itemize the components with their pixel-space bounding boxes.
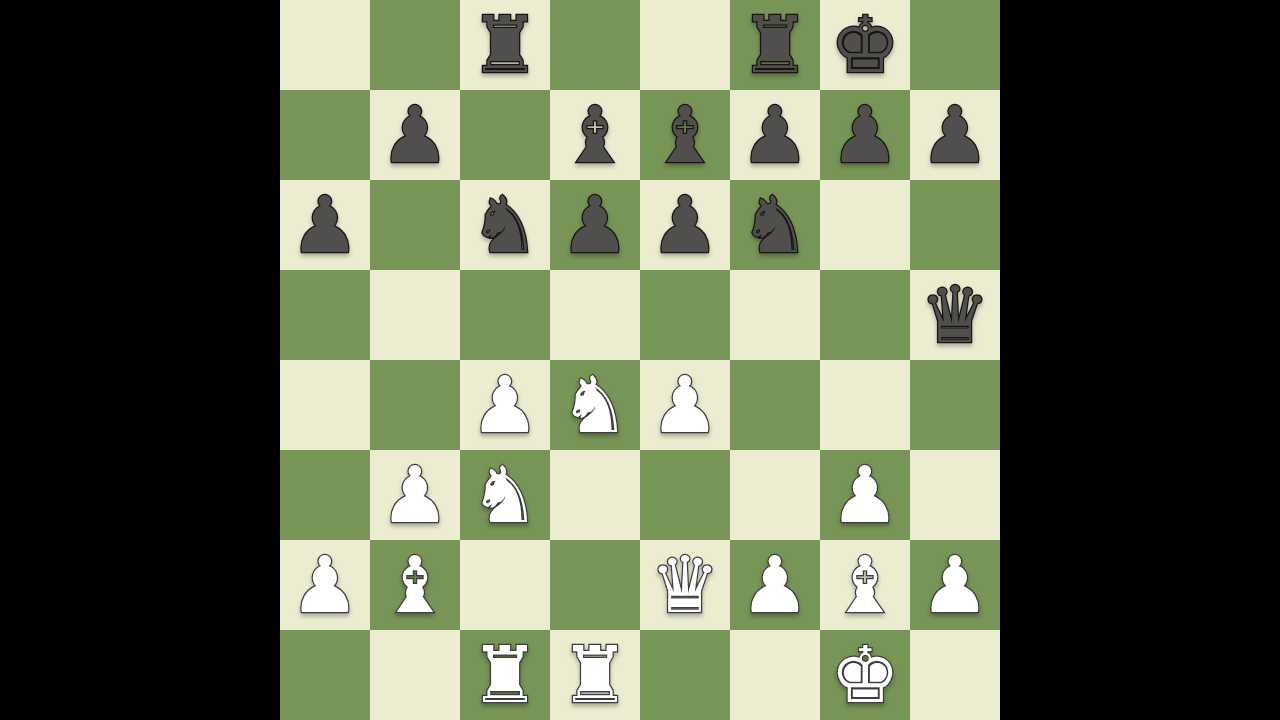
square-d6[interactable]: ♟ — [550, 180, 640, 270]
square-e6[interactable]: ♟ — [640, 180, 730, 270]
square-a6[interactable]: ♟ — [280, 180, 370, 270]
square-b2[interactable]: ♝ — [370, 540, 460, 630]
piece-white-bishop[interactable]: ♝ — [830, 540, 900, 630]
piece-black-bishop[interactable]: ♝ — [650, 90, 720, 180]
square-b3[interactable]: ♟ — [370, 450, 460, 540]
square-d4[interactable]: ♞ — [550, 360, 640, 450]
square-g3[interactable]: ♟ — [820, 450, 910, 540]
square-g1[interactable]: ♚ — [820, 630, 910, 720]
square-h7[interactable]: ♟ — [910, 90, 1000, 180]
piece-black-rook[interactable]: ♜ — [470, 0, 540, 90]
square-e3[interactable] — [640, 450, 730, 540]
square-b8[interactable] — [370, 0, 460, 90]
piece-white-pawn[interactable]: ♟ — [380, 450, 450, 540]
piece-black-knight[interactable]: ♞ — [470, 180, 540, 270]
square-c5[interactable] — [460, 270, 550, 360]
piece-black-pawn[interactable]: ♟ — [740, 90, 810, 180]
square-g6[interactable] — [820, 180, 910, 270]
square-f6[interactable]: ♞ — [730, 180, 820, 270]
square-f8[interactable]: ♜ — [730, 0, 820, 90]
piece-white-queen[interactable]: ♛ — [650, 540, 720, 630]
piece-white-pawn[interactable]: ♟ — [470, 360, 540, 450]
letterbox-left — [0, 0, 280, 720]
square-c3[interactable]: ♞ — [460, 450, 550, 540]
square-h1[interactable] — [910, 630, 1000, 720]
square-a5[interactable] — [280, 270, 370, 360]
piece-white-pawn[interactable]: ♟ — [650, 360, 720, 450]
square-a8[interactable] — [280, 0, 370, 90]
square-d3[interactable] — [550, 450, 640, 540]
square-g5[interactable] — [820, 270, 910, 360]
piece-white-rook[interactable]: ♜ — [560, 630, 630, 720]
piece-black-pawn[interactable]: ♟ — [830, 90, 900, 180]
square-f5[interactable] — [730, 270, 820, 360]
square-b7[interactable]: ♟ — [370, 90, 460, 180]
square-e2[interactable]: ♛ — [640, 540, 730, 630]
square-c8[interactable]: ♜ — [460, 0, 550, 90]
square-a4[interactable] — [280, 360, 370, 450]
square-g4[interactable] — [820, 360, 910, 450]
square-a7[interactable] — [280, 90, 370, 180]
square-e1[interactable] — [640, 630, 730, 720]
chess-board: ♜♜♚♟♝♝♟♟♟♟♞♟♟♞♛♟♞♟♟♞♟♟♝♛♟♝♟♜♜♚ — [280, 0, 1000, 720]
square-b4[interactable] — [370, 360, 460, 450]
square-g2[interactable]: ♝ — [820, 540, 910, 630]
piece-white-pawn[interactable]: ♟ — [830, 450, 900, 540]
square-e4[interactable]: ♟ — [640, 360, 730, 450]
square-h5[interactable]: ♛ — [910, 270, 1000, 360]
square-a3[interactable] — [280, 450, 370, 540]
square-g7[interactable]: ♟ — [820, 90, 910, 180]
square-d2[interactable] — [550, 540, 640, 630]
square-f4[interactable] — [730, 360, 820, 450]
square-h8[interactable] — [910, 0, 1000, 90]
piece-black-rook[interactable]: ♜ — [740, 0, 810, 90]
square-h2[interactable]: ♟ — [910, 540, 1000, 630]
piece-black-bishop[interactable]: ♝ — [560, 90, 630, 180]
square-a2[interactable]: ♟ — [280, 540, 370, 630]
piece-black-pawn[interactable]: ♟ — [920, 90, 990, 180]
piece-white-pawn[interactable]: ♟ — [740, 540, 810, 630]
square-e8[interactable] — [640, 0, 730, 90]
square-b5[interactable] — [370, 270, 460, 360]
piece-black-pawn[interactable]: ♟ — [560, 180, 630, 270]
square-h3[interactable] — [910, 450, 1000, 540]
square-b1[interactable] — [370, 630, 460, 720]
square-c4[interactable]: ♟ — [460, 360, 550, 450]
piece-black-pawn[interactable]: ♟ — [380, 90, 450, 180]
square-f3[interactable] — [730, 450, 820, 540]
square-f2[interactable]: ♟ — [730, 540, 820, 630]
square-f1[interactable] — [730, 630, 820, 720]
square-e7[interactable]: ♝ — [640, 90, 730, 180]
piece-white-knight[interactable]: ♞ — [470, 450, 540, 540]
piece-white-pawn[interactable]: ♟ — [920, 540, 990, 630]
piece-white-pawn[interactable]: ♟ — [290, 540, 360, 630]
letterbox-right — [1000, 0, 1280, 720]
square-g8[interactable]: ♚ — [820, 0, 910, 90]
square-c2[interactable] — [460, 540, 550, 630]
square-d1[interactable]: ♜ — [550, 630, 640, 720]
piece-black-knight[interactable]: ♞ — [740, 180, 810, 270]
app-stage: ♜♜♚♟♝♝♟♟♟♟♞♟♟♞♛♟♞♟♟♞♟♟♝♛♟♝♟♜♜♚ — [0, 0, 1280, 720]
piece-white-knight[interactable]: ♞ — [560, 360, 630, 450]
piece-black-queen[interactable]: ♛ — [920, 270, 990, 360]
square-d5[interactable] — [550, 270, 640, 360]
piece-black-king[interactable]: ♚ — [830, 0, 900, 90]
square-c7[interactable] — [460, 90, 550, 180]
square-h6[interactable] — [910, 180, 1000, 270]
square-b6[interactable] — [370, 180, 460, 270]
square-c6[interactable]: ♞ — [460, 180, 550, 270]
piece-white-bishop[interactable]: ♝ — [380, 540, 450, 630]
piece-white-rook[interactable]: ♜ — [470, 630, 540, 720]
square-d7[interactable]: ♝ — [550, 90, 640, 180]
square-e5[interactable] — [640, 270, 730, 360]
piece-white-king[interactable]: ♚ — [830, 630, 900, 720]
square-h4[interactable] — [910, 360, 1000, 450]
piece-black-pawn[interactable]: ♟ — [290, 180, 360, 270]
square-f7[interactable]: ♟ — [730, 90, 820, 180]
square-a1[interactable] — [280, 630, 370, 720]
square-c1[interactable]: ♜ — [460, 630, 550, 720]
square-d8[interactable] — [550, 0, 640, 90]
piece-black-pawn[interactable]: ♟ — [650, 180, 720, 270]
